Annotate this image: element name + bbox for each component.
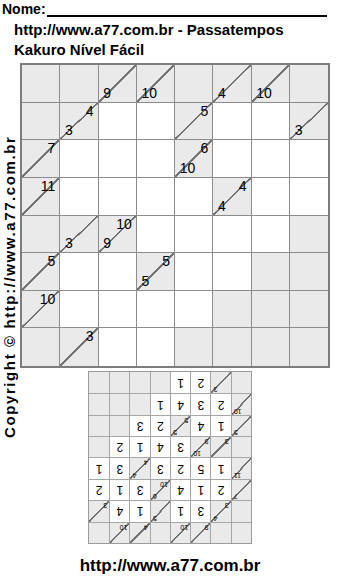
answer-cell[interactable] bbox=[290, 178, 328, 216]
blocked-cell bbox=[60, 65, 98, 103]
footer-url: http://www.a77.com.br bbox=[0, 556, 340, 576]
answer-cell[interactable] bbox=[213, 103, 251, 141]
answer-cell[interactable] bbox=[99, 291, 137, 329]
blocked-cell bbox=[290, 328, 328, 366]
solution-digit: 2 bbox=[212, 394, 231, 414]
clue-cell: 10 bbox=[170, 522, 190, 543]
answer-cell: 4 bbox=[170, 393, 190, 414]
across-clue: 5 bbox=[234, 428, 238, 436]
answer-cell: 4 bbox=[170, 479, 190, 500]
clue-cell: 109 bbox=[190, 436, 210, 457]
solution-digit: 1 bbox=[89, 459, 109, 479]
site-address-line: http://www.a77.com.br - Passatempos bbox=[14, 21, 284, 38]
answer-cell[interactable] bbox=[99, 253, 137, 291]
clue-cell: 55 bbox=[170, 415, 190, 436]
solution-digit: 3 bbox=[151, 459, 170, 479]
kakuro-board: 9104104353761011443109555103 bbox=[20, 63, 330, 368]
answer-cell: 2 bbox=[89, 479, 109, 500]
across-clue: 5 bbox=[200, 104, 208, 119]
solution-digit: 2 bbox=[212, 480, 231, 500]
down-clue: 5 bbox=[142, 274, 150, 289]
worksheet-page: Nome: http://www.a77.com.br - Passatempo… bbox=[0, 0, 340, 584]
answer-cell[interactable] bbox=[99, 328, 137, 366]
answer-cell[interactable] bbox=[137, 140, 175, 178]
solution-digit: 1 bbox=[171, 501, 190, 521]
answer-cell[interactable] bbox=[175, 291, 213, 329]
clue-cell: 7 bbox=[22, 140, 60, 178]
answer-cell: 1 bbox=[170, 372, 190, 393]
answer-cell[interactable] bbox=[99, 140, 137, 178]
answer-cell: 2 bbox=[170, 458, 190, 479]
blocked-cell bbox=[130, 393, 150, 414]
solution-digit: 4 bbox=[171, 394, 190, 414]
answer-cell[interactable] bbox=[60, 291, 98, 329]
blocked-cell bbox=[89, 522, 109, 543]
answer-cell: 4 bbox=[190, 415, 210, 436]
clue-cell: 9 bbox=[190, 522, 210, 543]
blocked-cell bbox=[109, 415, 129, 436]
solution-digit: 1 bbox=[131, 501, 150, 521]
solution-digit: 3 bbox=[191, 394, 210, 414]
solution-digit: 4 bbox=[191, 416, 210, 436]
blocked-cell bbox=[22, 65, 60, 103]
across-clue: 6 bbox=[153, 492, 157, 500]
answer-cell[interactable] bbox=[99, 103, 137, 141]
answer-cell: 2 bbox=[211, 479, 231, 500]
across-clue: 4 bbox=[133, 471, 137, 479]
solution-digit: 1 bbox=[212, 416, 231, 436]
down-clue: 3 bbox=[225, 501, 229, 509]
answer-cell: 2 bbox=[211, 393, 231, 414]
answer-cell: 2 bbox=[190, 372, 210, 393]
clue-cell: 3 bbox=[211, 372, 231, 393]
solution-digit: 4 bbox=[171, 480, 190, 500]
answer-cell[interactable] bbox=[137, 328, 175, 366]
blocked-cell bbox=[22, 216, 60, 254]
blocked-cell bbox=[109, 393, 129, 414]
across-clue: 10 bbox=[193, 450, 201, 458]
solution-digit: 3 bbox=[110, 459, 129, 479]
answer-cell[interactable] bbox=[290, 140, 328, 178]
answer-cell[interactable] bbox=[137, 291, 175, 329]
solution-digit: 2 bbox=[191, 372, 210, 393]
answer-cell[interactable] bbox=[175, 178, 213, 216]
blocked-cell bbox=[231, 522, 251, 543]
clue-cell: 5 bbox=[175, 103, 213, 141]
down-clue: 3 bbox=[65, 236, 73, 251]
down-clue: 3 bbox=[103, 501, 107, 509]
clue-cell: 10 bbox=[22, 291, 60, 329]
down-clue: 3 bbox=[295, 123, 303, 138]
across-clue: 7 bbox=[234, 492, 238, 500]
down-clue: 3 bbox=[65, 123, 73, 138]
down-clue: 5 bbox=[184, 416, 188, 424]
clue-cell: 11 bbox=[22, 178, 60, 216]
answer-cell: 1 bbox=[130, 500, 150, 521]
clue-cell: 610 bbox=[175, 140, 213, 178]
answer-cell[interactable] bbox=[175, 253, 213, 291]
blocked-cell bbox=[290, 291, 328, 329]
blocked-cell bbox=[290, 253, 328, 291]
answer-cell: 1 bbox=[130, 436, 150, 457]
answer-cell[interactable] bbox=[137, 178, 175, 216]
clue-cell: 3 bbox=[60, 328, 98, 366]
across-clue: 10 bbox=[116, 217, 132, 232]
answer-cell[interactable] bbox=[60, 253, 98, 291]
across-clue: 4 bbox=[86, 104, 94, 119]
across-clue: 7 bbox=[47, 141, 55, 156]
blocked-cell bbox=[22, 328, 60, 366]
blocked-cell bbox=[231, 500, 251, 521]
answer-cell: 1 bbox=[89, 458, 109, 479]
answer-cell[interactable] bbox=[137, 103, 175, 141]
clue-cell: 4 bbox=[213, 65, 251, 103]
blocked-cell bbox=[252, 328, 290, 366]
name-underline bbox=[47, 2, 327, 17]
blocked-cell bbox=[252, 291, 290, 329]
across-clue: 4 bbox=[239, 179, 247, 194]
answer-cell[interactable] bbox=[252, 103, 290, 141]
blocked-cell bbox=[290, 65, 328, 103]
answer-cell: 3 bbox=[130, 479, 150, 500]
blocked-cell bbox=[89, 393, 109, 414]
answer-cell: 1 bbox=[211, 415, 231, 436]
down-clue: 10 bbox=[142, 86, 158, 101]
answer-cell: 2 bbox=[109, 436, 129, 457]
answer-cell: 3 bbox=[150, 458, 170, 479]
answer-cell[interactable] bbox=[252, 216, 290, 254]
answer-cell: 3 bbox=[109, 458, 129, 479]
clue-cell: 10 bbox=[109, 522, 129, 543]
clue-cell: 9 bbox=[99, 65, 137, 103]
answer-cell: 1 bbox=[170, 500, 190, 521]
answer-cell[interactable] bbox=[137, 216, 175, 254]
blocked-cell bbox=[109, 372, 129, 393]
blocked-cell bbox=[175, 65, 213, 103]
answer-cell[interactable] bbox=[252, 140, 290, 178]
across-clue: 11 bbox=[41, 179, 56, 194]
blocked-cell bbox=[213, 291, 251, 329]
down-clue: 9 bbox=[205, 437, 209, 445]
solution-digit: 4 bbox=[110, 501, 129, 521]
answer-cell[interactable] bbox=[99, 178, 137, 216]
answer-cell[interactable] bbox=[175, 216, 213, 254]
clue-cell: 44 bbox=[213, 178, 251, 216]
solution-digit: 4 bbox=[151, 437, 170, 457]
blocked-cell bbox=[252, 253, 290, 291]
answer-cell: 3 bbox=[130, 415, 150, 436]
blocked-cell bbox=[89, 372, 109, 393]
clue-cell: 4 bbox=[130, 522, 150, 543]
down-clue: 10 bbox=[256, 86, 272, 101]
down-clue: 3 bbox=[225, 437, 229, 445]
clue-cell: 7 bbox=[231, 479, 251, 500]
blocked-cell bbox=[22, 103, 60, 141]
blocked-cell bbox=[150, 372, 170, 393]
kakuro-solution-board-rotated: 9104104331514372146103121115234431310934… bbox=[88, 371, 252, 544]
clue-cell: 10 bbox=[231, 393, 251, 414]
blocked-cell bbox=[290, 216, 328, 254]
solution-digit: 1 bbox=[212, 459, 231, 479]
across-clue: 5 bbox=[173, 428, 177, 436]
solution-digit: 1 bbox=[151, 394, 170, 414]
down-clue: 10 bbox=[180, 523, 188, 531]
clue-cell: 44 bbox=[130, 458, 150, 479]
answer-cell: 4 bbox=[109, 500, 129, 521]
down-clue: 4 bbox=[218, 86, 226, 101]
solution-digit: 3 bbox=[131, 416, 150, 436]
down-clue: 9 bbox=[103, 86, 111, 101]
solution-digit: 2 bbox=[171, 459, 190, 479]
answer-cell[interactable] bbox=[252, 178, 290, 216]
solution-digit: 3 bbox=[131, 480, 150, 500]
answer-cell[interactable] bbox=[213, 253, 251, 291]
across-clue: 3 bbox=[86, 329, 94, 344]
blocked-cell bbox=[231, 436, 251, 457]
answer-cell: 2 bbox=[150, 415, 170, 436]
blocked-cell bbox=[89, 415, 109, 436]
copyright-vertical-text: Copyright © http://www.a77.com.br bbox=[1, 136, 18, 438]
clue-cell: 610 bbox=[150, 479, 170, 500]
across-clue: 3 bbox=[214, 385, 218, 393]
solution-digit: 2 bbox=[110, 437, 129, 457]
clue-cell: 10 bbox=[252, 65, 290, 103]
clue-cell: 11 bbox=[231, 458, 251, 479]
clue-cell: 5 bbox=[22, 253, 60, 291]
answer-cell[interactable] bbox=[60, 178, 98, 216]
solution-digit: 1 bbox=[191, 480, 210, 500]
blocked-cell bbox=[130, 372, 150, 393]
clue-cell: 3 bbox=[211, 436, 231, 457]
blocked-cell bbox=[231, 372, 251, 393]
blocked-cell bbox=[89, 436, 109, 457]
answer-cell: 4 bbox=[150, 436, 170, 457]
answer-cell: 1 bbox=[109, 479, 129, 500]
answer-cell: 1 bbox=[190, 479, 210, 500]
solution-digit: 3 bbox=[171, 437, 190, 457]
answer-cell[interactable] bbox=[213, 216, 251, 254]
clue-cell: 5 bbox=[150, 500, 170, 521]
across-clue: 4 bbox=[214, 514, 218, 522]
answer-cell: 3 bbox=[190, 500, 210, 521]
clue-cell: 5 bbox=[231, 415, 251, 436]
solution-digit: 1 bbox=[131, 437, 150, 457]
across-clue: 5 bbox=[153, 514, 157, 522]
answer-cell: 1 bbox=[211, 458, 231, 479]
clue-cell: 43 bbox=[60, 103, 98, 141]
across-clue: 10 bbox=[40, 292, 56, 307]
blocked-cell bbox=[150, 522, 170, 543]
blocked-cell bbox=[175, 328, 213, 366]
clue-cell: 3 bbox=[60, 216, 98, 254]
answer-cell: 3 bbox=[190, 393, 210, 414]
across-clue: 5 bbox=[47, 254, 55, 269]
clue-cell: 3 bbox=[89, 500, 109, 521]
blocked-cell bbox=[211, 522, 231, 543]
solution-digit: 3 bbox=[191, 501, 210, 521]
solution-digit: 1 bbox=[171, 372, 190, 393]
down-clue: 4 bbox=[144, 523, 148, 531]
answer-cell[interactable] bbox=[60, 140, 98, 178]
down-clue: 10 bbox=[160, 480, 168, 488]
solution-digit: 5 bbox=[191, 459, 210, 479]
solution-digit: 1 bbox=[110, 480, 129, 500]
clue-cell: 43 bbox=[211, 500, 231, 521]
down-clue: 4 bbox=[218, 199, 226, 214]
clue-cell: 3 bbox=[290, 103, 328, 141]
blocked-cell bbox=[213, 328, 251, 366]
answer-cell: 5 bbox=[190, 458, 210, 479]
clue-cell: 109 bbox=[99, 216, 137, 254]
down-clue: 9 bbox=[103, 236, 111, 251]
across-clue: 5 bbox=[162, 254, 170, 269]
solution-digit: 2 bbox=[89, 480, 109, 500]
name-row: Nome: bbox=[2, 2, 327, 17]
down-clue: 10 bbox=[120, 523, 128, 531]
answer-cell: 1 bbox=[150, 393, 170, 414]
across-clue: 6 bbox=[200, 141, 208, 156]
down-clue: 10 bbox=[180, 161, 196, 176]
solution-digit: 2 bbox=[151, 416, 170, 436]
down-clue: 4 bbox=[144, 459, 148, 467]
answer-cell[interactable] bbox=[213, 140, 251, 178]
down-clue: 9 bbox=[205, 523, 209, 531]
across-clue: 11 bbox=[234, 471, 241, 479]
puzzle-title: Kakuro Nível Fácil bbox=[14, 41, 144, 58]
clue-cell: 55 bbox=[137, 253, 175, 291]
name-label: Nome: bbox=[2, 2, 46, 17]
clue-cell: 10 bbox=[137, 65, 175, 103]
answer-cell: 3 bbox=[170, 436, 190, 457]
across-clue: 10 bbox=[234, 407, 242, 415]
